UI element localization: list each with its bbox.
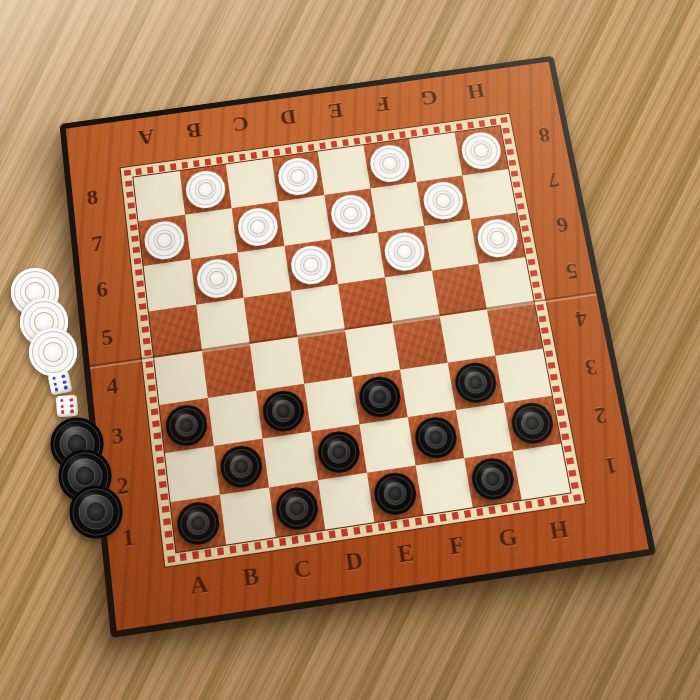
die-pip: [60, 399, 64, 403]
die-pip: [69, 398, 73, 402]
square-a5[interactable]: [149, 305, 202, 358]
square-d1[interactable]: [318, 473, 374, 530]
square-c5[interactable]: [244, 291, 298, 344]
file-label-top-b: B: [179, 116, 209, 143]
die-1[interactable]: [48, 371, 73, 396]
rank-label-right-7: 7: [538, 165, 569, 192]
rank-label-right-5: 5: [556, 257, 588, 285]
square-a2[interactable]: [165, 446, 220, 502]
square-b7[interactable]: [185, 208, 237, 259]
rank-label-right-1: 1: [594, 450, 628, 481]
file-label-bottom-f: F: [440, 530, 473, 562]
file-label-bottom-b: B: [235, 561, 268, 593]
square-a4[interactable]: [154, 351, 208, 405]
square-a8[interactable]: [133, 171, 185, 221]
square-d7[interactable]: [278, 195, 331, 246]
rank-label-right-4: 4: [565, 304, 597, 333]
die-pip: [62, 380, 66, 384]
square-e8[interactable]: [318, 145, 371, 195]
square-c6[interactable]: [238, 246, 291, 298]
square-e5[interactable]: [338, 277, 392, 330]
rank-label-right-6: 6: [547, 211, 579, 239]
square-d3[interactable]: [304, 377, 359, 432]
file-label-top-h: H: [461, 77, 492, 103]
file-label-top-g: G: [414, 84, 444, 110]
file-label-top-f: F: [367, 90, 397, 117]
board-frame: AA88BB77CC66DD55EE44FF33GG22HH11: [66, 62, 649, 631]
square-h4[interactable]: [487, 303, 543, 356]
square-b3[interactable]: [208, 391, 263, 446]
rank-label-left-7: 7: [82, 230, 112, 258]
square-f5[interactable]: [385, 271, 440, 323]
checkers-board: AA88BB77CC66DD55EE44FF33GG22HH11: [59, 56, 656, 638]
square-b1[interactable]: [220, 487, 276, 544]
square-f1[interactable]: [416, 458, 473, 515]
file-label-top-d: D: [273, 103, 303, 130]
square-e6[interactable]: [331, 233, 385, 285]
die-2[interactable]: [56, 395, 78, 417]
square-b4[interactable]: [202, 344, 256, 398]
spare-black-piece-3[interactable]: [70, 486, 123, 539]
die-pip: [52, 376, 56, 380]
square-h3[interactable]: [495, 349, 551, 403]
square-g8[interactable]: [409, 132, 462, 182]
square-a6[interactable]: [144, 259, 197, 311]
die-pip: [60, 404, 64, 408]
square-c2[interactable]: [262, 431, 318, 487]
rank-label-left-4: 4: [97, 372, 128, 402]
rank-label-left-6: 6: [87, 276, 117, 305]
square-f4[interactable]: [392, 316, 447, 369]
square-g2[interactable]: [456, 403, 513, 458]
rank-label-right-8: 8: [529, 121, 560, 148]
decorative-border: [120, 113, 587, 568]
rank-label-left-5: 5: [92, 324, 123, 353]
wooden-table-surface: AA88BB77CC66DD55EE44FF33GG22HH11: [0, 0, 700, 700]
die-pip: [70, 410, 74, 414]
square-c4[interactable]: [250, 337, 304, 391]
square-g4[interactable]: [440, 309, 496, 362]
square-g5[interactable]: [432, 264, 487, 316]
square-g6[interactable]: [424, 219, 478, 270]
file-label-bottom-h: H: [542, 515, 576, 546]
rank-label-right-2: 2: [584, 400, 617, 430]
file-label-top-e: E: [320, 97, 350, 124]
die-pip: [53, 382, 57, 386]
rank-label-left-8: 8: [78, 184, 108, 212]
rank-label-right-3: 3: [575, 352, 608, 382]
square-f7[interactable]: [370, 182, 424, 233]
square-h7[interactable]: [462, 169, 516, 219]
file-label-bottom-a: A: [183, 569, 216, 601]
file-label-top-a: A: [131, 123, 161, 150]
rank-label-left-3: 3: [102, 421, 133, 451]
die-pip: [70, 404, 74, 408]
square-d4[interactable]: [297, 330, 352, 384]
square-e2[interactable]: [359, 417, 415, 473]
square-c8[interactable]: [226, 158, 278, 208]
square-d5[interactable]: [291, 284, 345, 337]
square-b5[interactable]: [196, 298, 250, 351]
square-e4[interactable]: [345, 323, 400, 377]
square-f3[interactable]: [400, 363, 456, 417]
file-label-bottom-g: G: [491, 522, 525, 554]
play-area: [132, 125, 571, 553]
die-pip: [61, 410, 65, 414]
die-pip: [55, 388, 59, 392]
file-label-top-c: C: [226, 110, 256, 137]
die-pip: [61, 374, 65, 378]
die-pip: [64, 386, 68, 390]
square-h5[interactable]: [479, 257, 534, 309]
square-h1[interactable]: [513, 444, 571, 500]
spare-white-piece-3[interactable]: [29, 328, 77, 376]
file-label-bottom-d: D: [338, 546, 371, 578]
file-label-bottom-e: E: [389, 538, 422, 570]
file-label-bottom-c: C: [286, 554, 319, 586]
